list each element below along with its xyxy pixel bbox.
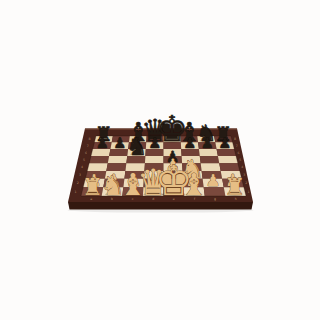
- piece-black-P-f7[interactable]: ♟: [183, 134, 196, 151]
- chess-board: abcdefgh1122334455667788♜♝♛♚♝♞♜♟♟♟♟♟♟♟♞♟…: [0, 0, 320, 320]
- coordinate-rank-8-right: 8: [234, 137, 236, 141]
- coordinate-rank-7-right: 7: [236, 144, 238, 148]
- piece-black-P-b7[interactable]: ♟: [113, 134, 126, 151]
- square-h4[interactable]: [219, 163, 239, 171]
- coordinate-rank-7-left: 7: [87, 144, 89, 148]
- piece-black-P-h7[interactable]: ♟: [218, 134, 231, 151]
- piece-black-P-a7[interactable]: ♟: [96, 134, 109, 151]
- coordinate-rank-5-left: 5: [83, 158, 85, 162]
- coordinate-rank-6-left: 6: [85, 151, 87, 155]
- coordinate-rank-1-left: 1: [74, 190, 76, 194]
- piece-black-P-g7[interactable]: ♟: [201, 134, 214, 151]
- square-b5[interactable]: [108, 156, 127, 163]
- coordinate-rank-4-left: 4: [81, 165, 83, 169]
- coordinate-rank-4-right: 4: [241, 165, 243, 169]
- piece-white-R-h1[interactable]: ♜: [224, 173, 245, 201]
- coordinate-rank-5-right: 5: [239, 158, 241, 162]
- coordinate-rank-1-right: 1: [248, 190, 250, 194]
- coordinate-rank-8-left: 8: [88, 137, 90, 141]
- product-photo: abcdefgh1122334455667788♜♝♛♚♝♞♜♟♟♟♟♟♟♟♞♟…: [0, 0, 320, 320]
- piece-black-N-c6[interactable]: ♞: [126, 133, 147, 161]
- coordinate-rank-2-left: 2: [77, 181, 79, 185]
- piece-black-P-d7[interactable]: ♟: [148, 134, 161, 151]
- coordinate-rank-2-right: 2: [245, 181, 247, 185]
- square-a5[interactable]: [89, 156, 109, 163]
- square-h5[interactable]: [218, 156, 238, 163]
- piece-white-B-f1[interactable]: ♝: [180, 167, 207, 202]
- coordinate-file-g: g: [214, 197, 216, 201]
- coordinate-rank-6-right: 6: [237, 151, 239, 155]
- piece-white-P-g2[interactable]: ♟: [206, 171, 221, 190]
